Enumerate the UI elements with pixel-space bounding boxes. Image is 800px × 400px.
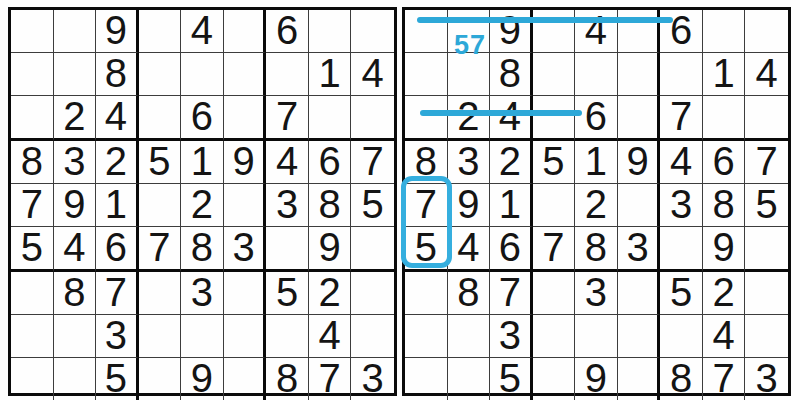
cell-r5c8: 8 — [703, 184, 746, 227]
cell-r2c1 — [405, 53, 448, 96]
cell-r1c4 — [139, 10, 182, 53]
cell-r3c1 — [11, 96, 54, 141]
cell-r4c4: 5 — [139, 141, 182, 184]
cell-r6c3: 6 — [96, 227, 139, 272]
cell-r5c8: 8 — [309, 184, 352, 227]
cell-r8c8: 4 — [703, 315, 746, 358]
cell-r8c9 — [745, 315, 788, 358]
cell-r3c7: 7 — [266, 96, 309, 141]
cell-r2c5 — [575, 53, 618, 96]
cell-r5c6 — [618, 184, 661, 227]
cell-r7c1 — [11, 272, 54, 315]
cell-r7c6 — [224, 272, 267, 315]
cell-r9c8: 7 — [309, 358, 352, 400]
cell-r9c2 — [54, 358, 97, 400]
cell-r3c5: 6 — [575, 96, 618, 141]
cell-r3c3: 4 — [490, 96, 533, 141]
cell-r8c1 — [405, 315, 448, 358]
cell-r5c7: 3 — [266, 184, 309, 227]
cell-r9c1 — [11, 358, 54, 400]
sudoku-tutorial-frame: 9468142467832519467791238554678398735234… — [0, 0, 800, 400]
cell-r4c9: 7 — [745, 141, 788, 184]
cell-r7c3: 7 — [96, 272, 139, 315]
cell-r8c1 — [11, 315, 54, 358]
cell-r7c3: 7 — [490, 272, 533, 315]
cell-r4c2: 3 — [448, 141, 491, 184]
cell-r7c1 — [405, 272, 448, 315]
cell-r9c2 — [448, 358, 491, 400]
cell-r8c4 — [139, 315, 182, 358]
cell-r7c7: 5 — [660, 272, 703, 315]
cell-r4c6: 9 — [224, 141, 267, 184]
cell-r3c2: 2 — [54, 96, 97, 141]
cell-r9c9: 3 — [745, 358, 788, 400]
cell-r3c2: 2 — [448, 96, 491, 141]
cell-r6c3: 6 — [490, 227, 533, 272]
cell-r1c6 — [224, 10, 267, 53]
cell-r4c9: 7 — [351, 141, 394, 184]
cell-r9c8: 7 — [703, 358, 746, 400]
cell-r5c5: 2 — [575, 184, 618, 227]
cell-r8c2 — [54, 315, 97, 358]
cell-r4c1: 8 — [11, 141, 54, 184]
cell-r7c2: 8 — [54, 272, 97, 315]
cell-r2c3: 8 — [490, 53, 533, 96]
cell-r8c6 — [224, 315, 267, 358]
cell-r9c3: 5 — [96, 358, 139, 400]
cell-r4c3: 2 — [96, 141, 139, 184]
cell-r9c9: 3 — [351, 358, 394, 400]
cell-r1c8 — [309, 10, 352, 53]
cell-r4c7: 4 — [266, 141, 309, 184]
cell-r8c4 — [533, 315, 576, 358]
cell-r7c8: 2 — [703, 272, 746, 315]
cell-r2c5 — [181, 53, 224, 96]
cell-r2c6 — [224, 53, 267, 96]
cell-r8c3: 3 — [490, 315, 533, 358]
cell-r7c9 — [745, 272, 788, 315]
candidate-label-57: 57 — [454, 32, 486, 59]
cell-r4c3: 2 — [490, 141, 533, 184]
cell-r8c5 — [575, 315, 618, 358]
cell-r5c5: 2 — [181, 184, 224, 227]
cell-r7c5: 3 — [181, 272, 224, 315]
cell-r9c5: 9 — [575, 358, 618, 400]
cell-r6c7 — [266, 227, 309, 272]
cell-r5c1: 7 — [11, 184, 54, 227]
cell-r3c1 — [405, 96, 448, 141]
cell-r6c5: 8 — [575, 227, 618, 272]
cell-r1c3: 9 — [96, 10, 139, 53]
cell-r6c5: 8 — [181, 227, 224, 272]
cell-r8c2 — [448, 315, 491, 358]
cell-r6c8: 9 — [309, 227, 352, 272]
right-sudoku-board: 57 9468142467832519467791238554678398735… — [402, 7, 791, 396]
cell-r2c9: 4 — [351, 53, 394, 96]
cell-r3c6 — [618, 96, 661, 141]
cell-r2c8: 1 — [309, 53, 352, 96]
cell-r3c9 — [745, 96, 788, 141]
cell-r3c4 — [533, 96, 576, 141]
cell-r9c5: 9 — [181, 358, 224, 400]
cell-r5c3: 1 — [96, 184, 139, 227]
cell-r4c4: 5 — [533, 141, 576, 184]
row3-strike-line — [420, 110, 582, 116]
cell-r9c1 — [405, 358, 448, 400]
cell-r4c5: 1 — [575, 141, 618, 184]
cell-r1c1 — [11, 10, 54, 53]
cell-r7c9 — [351, 272, 394, 315]
cell-r8c9 — [351, 315, 394, 358]
cell-r3c7: 7 — [660, 96, 703, 141]
cell-r2c4 — [533, 53, 576, 96]
cell-r2c7 — [660, 53, 703, 96]
cell-r3c6 — [224, 96, 267, 141]
cell-r5c2: 9 — [448, 184, 491, 227]
cell-r1c9 — [351, 10, 394, 53]
left-sudoku-board: 9468142467832519467791238554678398735234… — [8, 7, 397, 396]
cell-r8c7 — [266, 315, 309, 358]
cell-r1c2 — [54, 10, 97, 53]
cell-r6c2: 4 — [54, 227, 97, 272]
cell-r4c2: 3 — [54, 141, 97, 184]
cell-r7c2: 8 — [448, 272, 491, 315]
cell-r2c7 — [266, 53, 309, 96]
cell-r2c2 — [54, 53, 97, 96]
cell-r6c1: 5 — [11, 227, 54, 272]
cell-r5c7: 3 — [660, 184, 703, 227]
cell-r8c3: 3 — [96, 315, 139, 358]
cell-r9c6 — [618, 358, 661, 400]
cell-r9c7: 8 — [266, 358, 309, 400]
cell-r3c5: 6 — [181, 96, 224, 141]
cell-r5c4 — [139, 184, 182, 227]
cell-r9c4 — [139, 358, 182, 400]
cell-r8c5 — [181, 315, 224, 358]
cell-r4c7: 4 — [660, 141, 703, 184]
cell-r3c3: 4 — [96, 96, 139, 141]
cell-r5c9: 5 — [745, 184, 788, 227]
cell-r6c4: 7 — [533, 227, 576, 272]
cell-r6c2: 4 — [448, 227, 491, 272]
cell-r8c7 — [660, 315, 703, 358]
cell-r8c8: 4 — [309, 315, 352, 358]
cell-r7c4 — [139, 272, 182, 315]
cell-r6c9 — [745, 227, 788, 272]
cell-r7c5: 3 — [575, 272, 618, 315]
cell-r1c8 — [703, 10, 746, 53]
cell-r9c4 — [533, 358, 576, 400]
cell-r9c6 — [224, 358, 267, 400]
cell-r5c6 — [224, 184, 267, 227]
cell-r7c7: 5 — [266, 272, 309, 315]
cell-r1c7: 6 — [266, 10, 309, 53]
cell-r3c4 — [139, 96, 182, 141]
cell-r7c8: 2 — [309, 272, 352, 315]
row1-strike-line — [417, 17, 673, 23]
cell-r2c8: 1 — [703, 53, 746, 96]
cell-r4c8: 6 — [703, 141, 746, 184]
cell-r1c5: 4 — [181, 10, 224, 53]
cell-r7c4 — [533, 272, 576, 315]
cell-r2c1 — [11, 53, 54, 96]
cell-r5c3: 1 — [490, 184, 533, 227]
cell-r6c9 — [351, 227, 394, 272]
cell-r7c6 — [618, 272, 661, 315]
cell-r3c8 — [309, 96, 352, 141]
cell-r5c9: 5 — [351, 184, 394, 227]
cell-r2c6 — [618, 53, 661, 96]
cell-r8c6 — [618, 315, 661, 358]
cell-r6c6: 3 — [618, 227, 661, 272]
cell-r6c8: 9 — [703, 227, 746, 272]
cell-r5c2: 9 — [54, 184, 97, 227]
cell-r3c8 — [703, 96, 746, 141]
cell-r4c5: 1 — [181, 141, 224, 184]
column1-pair-highlight-box — [401, 176, 452, 268]
cell-r6c7 — [660, 227, 703, 272]
cell-r6c4: 7 — [139, 227, 182, 272]
cell-r9c3: 5 — [490, 358, 533, 400]
cell-r2c9: 4 — [745, 53, 788, 96]
cell-r4c6: 9 — [618, 141, 661, 184]
cell-r2c3: 8 — [96, 53, 139, 96]
cell-r1c9 — [745, 10, 788, 53]
cell-r6c6: 3 — [224, 227, 267, 272]
cell-r3c9 — [351, 96, 394, 141]
cell-r9c7: 8 — [660, 358, 703, 400]
cell-r5c4 — [533, 184, 576, 227]
cell-r4c8: 6 — [309, 141, 352, 184]
cell-r2c4 — [139, 53, 182, 96]
